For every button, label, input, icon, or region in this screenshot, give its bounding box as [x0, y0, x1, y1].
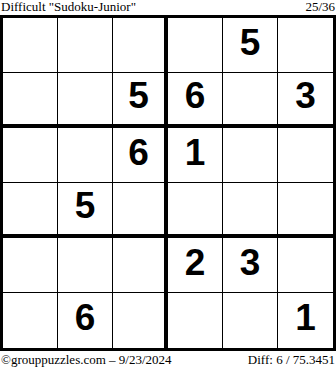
cell-r2c5[interactable] [223, 73, 278, 128]
cell-r3c6[interactable] [278, 128, 333, 183]
cell-r5c3[interactable] [113, 238, 168, 293]
cell-r2c4[interactable]: 6 [168, 73, 223, 128]
cell-r4c2[interactable]: 5 [58, 183, 113, 238]
cell-r6c5[interactable] [223, 293, 278, 348]
cell-r5c2[interactable] [58, 238, 113, 293]
footer: ©grouppuzzles.com – 9/23/2024 Diff: 6 / … [0, 352, 336, 370]
puzzle-page: Difficult "Sudoku-Junior" 25/36 5 5 6 3 … [0, 0, 336, 370]
footer-source: ©grouppuzzles.com – 9/23/2024 [1, 352, 172, 367]
cell-r3c5[interactable] [223, 128, 278, 183]
cell-r4c6[interactable] [278, 183, 333, 238]
sudoku-grid: 5 5 6 3 6 1 5 2 3 6 1 [0, 15, 336, 351]
cell-r6c2[interactable]: 6 [58, 293, 113, 348]
cell-r3c4[interactable]: 1 [168, 128, 223, 183]
cell-r2c1[interactable] [3, 73, 58, 128]
cell-r1c3[interactable] [113, 18, 168, 73]
cell-r2c2[interactable] [58, 73, 113, 128]
cell-r1c2[interactable] [58, 18, 113, 73]
cell-r2c3[interactable]: 5 [113, 73, 168, 128]
cell-r5c5[interactable]: 3 [223, 238, 278, 293]
cell-r1c1[interactable] [3, 18, 58, 73]
cell-r3c3[interactable]: 6 [113, 128, 168, 183]
cell-r3c2[interactable] [58, 128, 113, 183]
cell-r4c4[interactable] [168, 183, 223, 238]
cell-r6c3[interactable] [113, 293, 168, 348]
header: Difficult "Sudoku-Junior" 25/36 [0, 0, 336, 15]
cell-r1c6[interactable] [278, 18, 333, 73]
cell-r6c4[interactable] [168, 293, 223, 348]
cell-r4c3[interactable] [113, 183, 168, 238]
cell-r4c5[interactable] [223, 183, 278, 238]
cell-r6c1[interactable] [3, 293, 58, 348]
cell-r6c6[interactable]: 1 [278, 293, 333, 348]
footer-difficulty: Diff: 6 / 75.3451 [248, 352, 335, 367]
cell-r1c4[interactable] [168, 18, 223, 73]
cell-r4c1[interactable] [3, 183, 58, 238]
cell-r1c5[interactable]: 5 [223, 18, 278, 73]
cell-r3c1[interactable] [3, 128, 58, 183]
cell-r5c4[interactable]: 2 [168, 238, 223, 293]
cell-r5c1[interactable] [3, 238, 58, 293]
page-title: Difficult "Sudoku-Junior" [1, 0, 136, 14]
remaining-counter: 25/36 [305, 0, 335, 14]
cell-r5c6[interactable] [278, 238, 333, 293]
cell-r2c6[interactable]: 3 [278, 73, 333, 128]
